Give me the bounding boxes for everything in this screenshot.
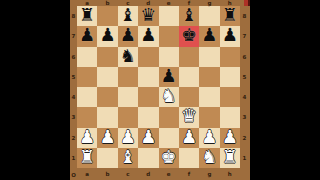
file-label-bottom-e: e xyxy=(159,171,179,177)
square-a1: ♜ xyxy=(77,148,97,168)
square-d3 xyxy=(138,107,158,127)
rank-label-right-4: 4 xyxy=(240,87,249,107)
square-c7: ♟ xyxy=(118,26,138,46)
square-b7: ♟ xyxy=(97,26,117,46)
square-e3 xyxy=(159,107,179,127)
piece-black-pawn-e5: ♟ xyxy=(161,67,177,85)
square-a6 xyxy=(77,47,97,67)
square-b4 xyxy=(97,87,117,107)
piece-black-rook-h8: ♜ xyxy=(222,6,238,24)
square-a8: ♜ xyxy=(77,6,97,26)
square-g2: ♟ xyxy=(199,128,219,148)
piece-white-rook-h1: ♜ xyxy=(222,148,238,166)
square-d8: ♛ xyxy=(138,6,158,26)
piece-black-queen-d8: ♛ xyxy=(140,6,156,24)
square-f4 xyxy=(179,87,199,107)
square-f8: ♝ xyxy=(179,6,199,26)
square-h2: ♟ xyxy=(220,128,240,148)
rank-label-right-2: 2 xyxy=(240,128,249,148)
square-c5 xyxy=(118,67,138,87)
rank-label-right-8: 8 xyxy=(240,6,249,26)
square-b2: ♟ xyxy=(97,128,117,148)
chess-board: ♜♝♛♝♜♟♟♟♟♚♟♟♞♟♞♛♟♟♟♟♟♟♟♜♝♚♞♜ aabbccddeef… xyxy=(70,0,250,180)
square-d1 xyxy=(138,148,158,168)
file-label-top-a: a xyxy=(77,0,97,6)
square-d4 xyxy=(138,87,158,107)
rank-label-right-1: 1 xyxy=(240,148,249,168)
rank-label-left-6: 6 xyxy=(70,47,77,67)
piece-white-pawn-a2: ♟ xyxy=(79,128,95,146)
square-a5 xyxy=(77,67,97,87)
piece-white-pawn-h2: ♟ xyxy=(222,128,238,146)
piece-white-knight-g1: ♞ xyxy=(201,148,217,166)
piece-white-pawn-c2: ♟ xyxy=(120,128,136,146)
piece-white-queen-f3: ♛ xyxy=(181,107,197,125)
square-f5 xyxy=(179,67,199,87)
video-frame[interactable]: ♜♝♛♝♜♟♟♟♟♚♟♟♞♟♞♛♟♟♟♟♟♟♟♜♝♚♞♜ aabbccddeef… xyxy=(0,0,320,180)
square-e2 xyxy=(159,128,179,148)
piece-black-bishop-c8: ♝ xyxy=(120,6,136,24)
square-g4 xyxy=(199,87,219,107)
square-d6 xyxy=(138,47,158,67)
square-a2: ♟ xyxy=(77,128,97,148)
square-d2: ♟ xyxy=(138,128,158,148)
piece-white-pawn-g2: ♟ xyxy=(201,128,217,146)
square-c2: ♟ xyxy=(118,128,138,148)
file-label-top-d: d xyxy=(138,0,158,6)
square-c4 xyxy=(118,87,138,107)
file-label-bottom-a: a xyxy=(77,171,97,177)
square-d7: ♟ xyxy=(138,26,158,46)
square-g5 xyxy=(199,67,219,87)
rank-label-right-6: 6 xyxy=(240,47,249,67)
piece-white-pawn-f2: ♟ xyxy=(181,128,197,146)
rank-label-left-4: 4 xyxy=(70,87,77,107)
square-h6 xyxy=(220,47,240,67)
square-e8 xyxy=(159,6,179,26)
piece-white-pawn-b2: ♟ xyxy=(99,128,115,146)
square-h4 xyxy=(220,87,240,107)
square-g7: ♟ xyxy=(199,26,219,46)
square-d5 xyxy=(138,67,158,87)
square-e5: ♟ xyxy=(159,67,179,87)
rank-label-left-8: 8 xyxy=(70,6,77,26)
square-a4 xyxy=(77,87,97,107)
piece-white-knight-e4: ♞ xyxy=(161,87,177,105)
file-label-top-b: b xyxy=(97,0,117,6)
square-e1: ♚ xyxy=(159,148,179,168)
rank-label-right-7: 7 xyxy=(240,26,249,46)
rec-marker-icon xyxy=(244,0,250,6)
file-label-top-g: g xyxy=(199,0,219,6)
piece-white-bishop-c1: ♝ xyxy=(120,148,136,166)
square-h7: ♟ xyxy=(220,26,240,46)
square-f6 xyxy=(179,47,199,67)
square-g3 xyxy=(199,107,219,127)
square-c1: ♝ xyxy=(118,148,138,168)
square-f7: ♚ xyxy=(179,26,199,46)
piece-black-rook-a8: ♜ xyxy=(79,6,95,24)
piece-white-pawn-d2: ♟ xyxy=(140,128,156,146)
file-label-bottom-b: b xyxy=(97,171,117,177)
rank-label-left-1: 1 xyxy=(70,148,77,168)
square-f1 xyxy=(179,148,199,168)
square-b6 xyxy=(97,47,117,67)
letterbox-left xyxy=(0,0,70,180)
piece-black-pawn-h7: ♟ xyxy=(222,26,238,44)
square-c8: ♝ xyxy=(118,6,138,26)
piece-black-pawn-c7: ♟ xyxy=(120,26,136,44)
square-g1: ♞ xyxy=(199,148,219,168)
piece-white-rook-a1: ♜ xyxy=(79,148,95,166)
file-label-bottom-f: f xyxy=(179,171,199,177)
piece-black-pawn-g7: ♟ xyxy=(201,26,217,44)
square-b3 xyxy=(97,107,117,127)
piece-black-knight-c6: ♞ xyxy=(120,47,136,65)
file-label-top-f: f xyxy=(179,0,199,6)
square-h5 xyxy=(220,67,240,87)
file-label-top-e: e xyxy=(159,0,179,6)
square-b5 xyxy=(97,67,117,87)
piece-black-pawn-d7: ♟ xyxy=(140,26,156,44)
letterbox-right xyxy=(250,0,320,180)
square-e7 xyxy=(159,26,179,46)
square-h8: ♜ xyxy=(220,6,240,26)
square-b1 xyxy=(97,148,117,168)
board-grid: ♜♝♛♝♜♟♟♟♟♚♟♟♞♟♞♛♟♟♟♟♟♟♟♜♝♚♞♜ xyxy=(77,6,240,168)
file-label-top-c: c xyxy=(118,0,138,6)
file-label-top-h: h xyxy=(220,0,240,6)
square-h3 xyxy=(220,107,240,127)
square-e4: ♞ xyxy=(159,87,179,107)
file-label-bottom-c: c xyxy=(118,171,138,177)
piece-black-bishop-f8: ♝ xyxy=(181,6,197,24)
square-h1: ♜ xyxy=(220,148,240,168)
square-c3 xyxy=(118,107,138,127)
file-label-bottom-d: d xyxy=(138,171,158,177)
rank-label-left-3: 3 xyxy=(70,107,77,127)
corner-mark: O xyxy=(70,171,77,179)
rank-label-left-7: 7 xyxy=(70,26,77,46)
square-e6 xyxy=(159,47,179,67)
square-b8 xyxy=(97,6,117,26)
piece-black-king-f7: ♚ xyxy=(181,26,197,44)
rank-label-right-3: 3 xyxy=(240,107,249,127)
rank-label-left-2: 2 xyxy=(70,128,77,148)
square-f3: ♛ xyxy=(179,107,199,127)
square-f2: ♟ xyxy=(179,128,199,148)
square-a3 xyxy=(77,107,97,127)
piece-black-pawn-b7: ♟ xyxy=(99,26,115,44)
file-label-bottom-g: g xyxy=(199,171,219,177)
square-g8 xyxy=(199,6,219,26)
file-label-bottom-h: h xyxy=(220,171,240,177)
piece-white-king-e1: ♚ xyxy=(161,148,177,166)
square-a7: ♟ xyxy=(77,26,97,46)
square-c6: ♞ xyxy=(118,47,138,67)
square-g6 xyxy=(199,47,219,67)
piece-black-pawn-a7: ♟ xyxy=(79,26,95,44)
rank-label-right-5: 5 xyxy=(240,67,249,87)
rank-label-left-5: 5 xyxy=(70,67,77,87)
